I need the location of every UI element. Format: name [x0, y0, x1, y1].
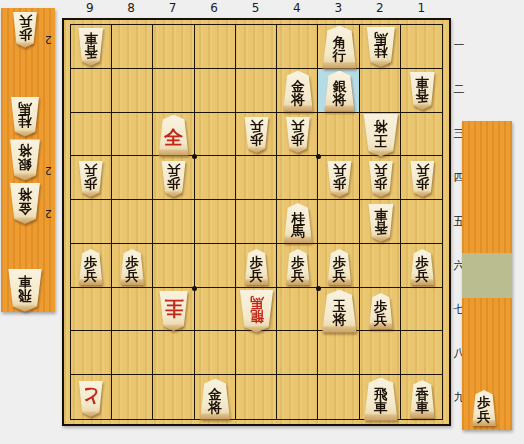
- file-label-5: 5: [235, 1, 276, 16]
- square-6-5[interactable]: [195, 200, 236, 244]
- koma-kanji: 歩兵: [243, 249, 270, 285]
- koma-kanji: 金将: [198, 379, 232, 420]
- koma-sente-金将[interactable]: 金将: [281, 71, 315, 112]
- square-4-8[interactable]: [277, 331, 318, 375]
- square-3-5[interactable]: [318, 200, 359, 244]
- koma-kanji: 香車: [367, 204, 395, 242]
- square-4-9[interactable]: [277, 375, 318, 419]
- square-9-2[interactable]: [71, 69, 112, 113]
- koma-sente-角行[interactable]: 角行: [320, 26, 358, 69]
- hand-count: 2: [45, 33, 52, 46]
- koma-kanji: 歩兵: [12, 12, 39, 48]
- file-labels: 987654321: [69, 1, 442, 16]
- koma-gote-王将[interactable]: 王将: [361, 114, 400, 157]
- square-7-1[interactable]: [153, 25, 194, 69]
- koma-sente-歩兵[interactable]: 歩兵: [119, 249, 146, 285]
- gote-hand-slot-銀将[interactable]: 銀将2: [1, 138, 55, 181]
- file-label-3: 3: [318, 1, 359, 16]
- koma-gote-飛車[interactable]: 飛車: [6, 269, 44, 312]
- square-5-4[interactable]: [236, 156, 277, 200]
- gote-hand-slot-金将[interactable]: 金将2: [1, 182, 55, 225]
- square-9-5[interactable]: [71, 200, 112, 244]
- file-label-7: 7: [152, 1, 193, 16]
- square-8-7[interactable]: [112, 288, 153, 332]
- sente-hand-slot-歩兵[interactable]: 歩兵: [462, 386, 512, 430]
- square-6-8[interactable]: [195, 331, 236, 375]
- koma-kanji: 角行: [320, 26, 358, 69]
- square-7-2[interactable]: [153, 69, 194, 113]
- hoshi-point: [192, 154, 197, 159]
- koma-kanji: 桂馬: [9, 97, 41, 137]
- square-6-7[interactable]: [195, 288, 236, 332]
- koma-kanji: 銀将: [322, 71, 356, 112]
- square-5-9[interactable]: [236, 375, 277, 419]
- koma-gote-銀将[interactable]: 銀将: [8, 139, 42, 180]
- koma-kanji: 銀将: [8, 139, 42, 180]
- file-label-1: 1: [401, 1, 442, 16]
- shogi-board: 香車角行桂馬金将銀将香車全歩兵歩兵王将歩兵歩兵歩兵歩兵歩兵桂馬香車歩兵歩兵歩兵歩…: [62, 18, 451, 426]
- square-9-3[interactable]: [71, 113, 112, 157]
- hand-count: 2: [45, 164, 52, 177]
- koma-gote-歩兵[interactable]: 歩兵: [243, 117, 270, 153]
- koma-kanji: 桂馬: [282, 203, 314, 243]
- koma-gote-歩兵[interactable]: 歩兵: [12, 12, 39, 48]
- koma-gote-龍馬[interactable]: 龍馬: [238, 290, 276, 333]
- square-9-8[interactable]: [71, 331, 112, 375]
- square-8-3[interactable]: [112, 113, 153, 157]
- koma-sente-歩兵[interactable]: 歩兵: [326, 249, 353, 285]
- square-8-1[interactable]: [112, 25, 153, 69]
- square-2-6[interactable]: [360, 244, 401, 288]
- koma-kanji: 玉将: [320, 290, 359, 333]
- square-5-8[interactable]: [236, 331, 277, 375]
- koma-gote-歩兵[interactable]: 歩兵: [160, 161, 187, 197]
- koma-kanji: 歩兵: [326, 249, 353, 285]
- koma-sente-飛車[interactable]: 飛車: [362, 378, 400, 421]
- koma-sente-玉将[interactable]: 玉将: [320, 290, 359, 333]
- sente-hand-slot-角行[interactable]: [462, 165, 512, 209]
- koma-sente-全[interactable]: 全: [157, 115, 191, 156]
- gote-hand-slot-歩兵[interactable]: 歩兵2: [1, 8, 55, 51]
- file-label-9: 9: [69, 1, 110, 16]
- koma-kanji: 歩兵: [77, 161, 104, 197]
- square-1-1[interactable]: [401, 25, 442, 69]
- koma-kanji: 金将: [8, 183, 42, 224]
- square-3-3[interactable]: [318, 113, 359, 157]
- square-7-5[interactable]: [153, 200, 194, 244]
- sente-hand-slot-飛車[interactable]: [462, 121, 512, 165]
- square-1-7[interactable]: [401, 288, 442, 332]
- koma-gote-桂馬[interactable]: 桂馬: [9, 97, 41, 137]
- koma-kanji: 歩兵: [409, 249, 436, 285]
- square-4-1[interactable]: [277, 25, 318, 69]
- square-8-9[interactable]: [112, 375, 153, 419]
- square-7-8[interactable]: [153, 331, 194, 375]
- rank-label-1: 一: [451, 23, 467, 67]
- square-4-4[interactable]: [277, 156, 318, 200]
- koma-kanji: 歩兵: [160, 161, 187, 197]
- koma-gote-歩兵[interactable]: 歩兵: [284, 117, 311, 153]
- square-4-7[interactable]: [277, 288, 318, 332]
- koma-gote-香車[interactable]: 香車: [367, 204, 395, 242]
- square-8-8[interactable]: [112, 331, 153, 375]
- koma-gote-桂馬[interactable]: 桂馬: [365, 27, 397, 67]
- file-label-2: 2: [359, 1, 400, 16]
- koma-sente-香車[interactable]: 香車: [408, 380, 436, 418]
- koma-kanji: 歩兵: [367, 161, 394, 197]
- koma-gote-香車[interactable]: 香車: [408, 72, 436, 110]
- gote-hand-slot-香車[interactable]: [1, 51, 55, 94]
- gote-hand-slot-桂馬[interactable]: 桂馬: [1, 95, 55, 138]
- sente-hand-slot-桂馬[interactable]: [462, 298, 512, 342]
- koma-kanji: 飛車: [6, 269, 44, 312]
- file-label-4: 4: [276, 1, 317, 16]
- square-5-2[interactable]: [236, 69, 277, 113]
- koma-kanji: 歩兵: [409, 161, 436, 197]
- square-2-8[interactable]: [360, 331, 401, 375]
- sente-hand-slot-金将[interactable]: [462, 209, 512, 253]
- koma-gote-圭[interactable]: 圭: [158, 291, 190, 331]
- koma-sente-歩兵[interactable]: 歩兵: [409, 249, 436, 285]
- koma-kanji: 香車: [408, 380, 436, 418]
- file-label-6: 6: [193, 1, 234, 16]
- square-8-5[interactable]: [112, 200, 153, 244]
- square-5-5[interactable]: [236, 200, 277, 244]
- square-8-4[interactable]: [112, 156, 153, 200]
- shogi-app: 987654321 一二三四五六七八九 香車角行桂馬金将銀将香車全歩兵歩兵王将歩…: [0, 0, 524, 444]
- square-6-3[interactable]: [195, 113, 236, 157]
- koma-kanji: 飛車: [362, 378, 400, 421]
- koma-kanji: 歩兵: [119, 249, 146, 285]
- koma-sente-銀将[interactable]: 銀将: [322, 71, 356, 112]
- square-3-9[interactable]: [318, 375, 359, 419]
- gote-captured-tray: 歩兵2桂馬銀将2金将2飛車: [1, 8, 55, 312]
- koma-sente-歩兵[interactable]: 歩兵: [367, 293, 394, 329]
- rank-label-2: 二: [451, 67, 467, 111]
- koma-kanji: 歩兵: [367, 293, 394, 329]
- square-2-2[interactable]: [360, 69, 401, 113]
- koma-gote-と[interactable]: と: [77, 381, 104, 417]
- hoshi-point: [316, 154, 321, 159]
- koma-kanji: 歩兵: [77, 249, 104, 285]
- koma-sente-桂馬[interactable]: 桂馬: [282, 203, 314, 243]
- gote-hand-slot-角行[interactable]: [1, 225, 55, 268]
- square-6-2[interactable]: [195, 69, 236, 113]
- koma-kanji: 圭: [158, 291, 190, 331]
- koma-gote-歩兵[interactable]: 歩兵: [367, 161, 394, 197]
- square-3-8[interactable]: [318, 331, 359, 375]
- koma-sente-歩兵[interactable]: 歩兵: [77, 249, 104, 285]
- gote-hand-slot-飛車[interactable]: 飛車: [1, 269, 55, 312]
- koma-kanji: 金将: [281, 71, 315, 112]
- koma-kanji: 香車: [408, 72, 436, 110]
- square-5-1[interactable]: [236, 25, 277, 69]
- koma-gote-金将[interactable]: 金将: [8, 183, 42, 224]
- koma-sente-歩兵[interactable]: 歩兵: [243, 249, 270, 285]
- koma-gote-香車[interactable]: 香車: [77, 28, 105, 66]
- square-6-4[interactable]: [195, 156, 236, 200]
- square-9-7[interactable]: [71, 288, 112, 332]
- sente-hand-slot-香車[interactable]: [462, 342, 512, 386]
- koma-kanji: 歩兵: [326, 161, 353, 197]
- koma-kanji: 歩兵: [284, 117, 311, 153]
- koma-kanji: 香車: [77, 28, 105, 66]
- koma-kanji: 歩兵: [243, 117, 270, 153]
- koma-sente-金将[interactable]: 金将: [198, 379, 232, 420]
- koma-gote-歩兵[interactable]: 歩兵: [77, 161, 104, 197]
- koma-kanji: 歩兵: [471, 390, 498, 426]
- koma-kanji: と: [77, 381, 104, 417]
- koma-kanji: 王将: [361, 114, 400, 157]
- koma-sente-歩兵[interactable]: 歩兵: [284, 249, 311, 285]
- hoshi-point: [192, 286, 197, 291]
- koma-kanji: 桂馬: [365, 27, 397, 67]
- hand-count: 2: [45, 207, 52, 220]
- koma-kanji: 歩兵: [284, 249, 311, 285]
- square-8-2[interactable]: [112, 69, 153, 113]
- koma-sente-歩兵[interactable]: 歩兵: [471, 390, 498, 426]
- koma-gote-歩兵[interactable]: 歩兵: [326, 161, 353, 197]
- sente-hand-slot-銀将[interactable]: [462, 253, 512, 297]
- square-6-1[interactable]: [195, 25, 236, 69]
- square-1-3[interactable]: [401, 113, 442, 157]
- sente-captured-tray: 歩兵: [462, 121, 512, 430]
- koma-gote-歩兵[interactable]: 歩兵: [409, 161, 436, 197]
- square-1-5[interactable]: [401, 200, 442, 244]
- square-7-9[interactable]: [153, 375, 194, 419]
- square-6-6[interactable]: [195, 244, 236, 288]
- file-label-8: 8: [110, 1, 151, 16]
- koma-kanji: 全: [157, 115, 191, 156]
- square-7-6[interactable]: [153, 244, 194, 288]
- square-1-8[interactable]: [401, 331, 442, 375]
- koma-kanji: 龍馬: [238, 290, 276, 333]
